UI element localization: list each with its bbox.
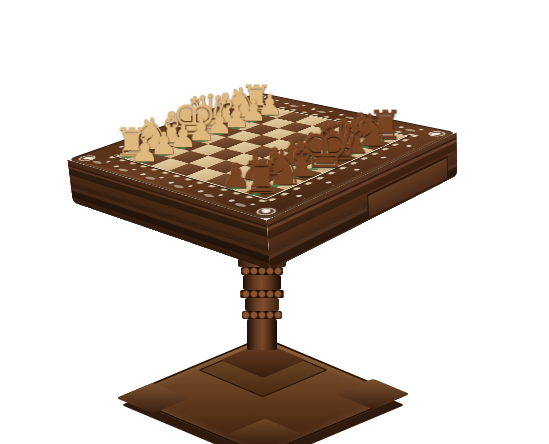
board-frame: ♜♟♟♜♞♟♟♞♝♟♟♝♛♟♟♛♚♟♟♚♝♟♟♝♞♟♟♞♜♟♟♜ [67,92,456,220]
board-square [226,142,262,154]
white-bishop: ♝ [206,92,230,125]
pedestal-shaft [247,319,277,350]
board-square [261,128,296,139]
bead-ring [241,267,283,275]
white-pawn: ♟ [240,99,264,122]
board-square: ♟ [282,155,320,168]
table-top: ♜♟♟♜♞♟♟♞♝♟♟♝♛♟♟♛♚♟♟♚♝♟♟♝♞♟♟♞♜♟♟♜ [67,92,456,220]
board-square [226,153,263,165]
white-knight: ♞ [133,116,158,151]
white-rook: ♜ [240,83,263,112]
black-pawn: ♟ [331,118,357,143]
white-king: ♚ [171,96,196,138]
board-square: ♟ [260,108,293,118]
board-square [261,118,295,128]
apron-left-face [67,160,270,271]
white-queen: ♛ [189,93,213,131]
drawer-front [367,156,448,220]
board-square: ♝ [210,117,243,127]
board-square: ♜ [243,105,276,114]
white-pawn: ♟ [169,124,194,149]
white-knight: ♞ [223,86,247,119]
board-square [295,116,329,126]
board-square: ♟ [227,120,261,130]
board-square: ♝ [283,168,322,181]
product-photo-scene: ♜♟♟♜♞♟♟♞♝♟♟♝♛♟♟♛♚♟♟♚♝♟♟♝♞♟♟♞♜♟♟♜ [0,0,549,444]
pedestal-block [245,298,279,311]
board-square: ♝ [156,136,191,147]
inlay-strip [78,95,269,162]
board-square: ♜ [118,149,154,161]
inlay-rosette-icon [248,94,270,100]
pedestal-block [243,275,281,290]
bead-ring [242,311,282,319]
board-square: ♛ [320,153,358,165]
white-pawn: ♟ [257,93,281,116]
board-square [244,146,281,158]
table-base [118,348,408,444]
board-square [277,112,310,122]
apron-groove [68,164,267,228]
board-square [298,137,334,148]
bead-ring [240,290,284,298]
